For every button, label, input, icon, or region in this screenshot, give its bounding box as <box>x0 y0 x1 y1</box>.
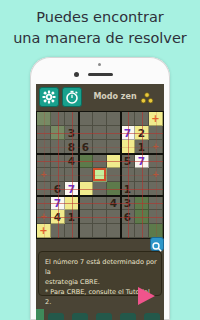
cell-r1c6[interactable] <box>107 112 121 126</box>
chain-col-line <box>72 112 73 238</box>
settings-button[interactable] <box>39 87 59 107</box>
chain-col-line <box>142 112 143 238</box>
chain-row-line <box>37 133 163 134</box>
headline: Puedes encontrar una manera de resolver <box>0 7 200 49</box>
keypad-edge-green <box>36 309 44 320</box>
headline-line1: Puedes encontrar <box>0 7 200 28</box>
chain-row-line <box>37 175 163 176</box>
chain-col-line <box>128 112 129 238</box>
phone-sensor-dot <box>98 63 101 66</box>
phone-camera-dot <box>74 72 79 77</box>
block-line <box>37 153 163 155</box>
magnifier-icon <box>151 241 163 253</box>
cell-r1c4[interactable] <box>79 112 93 126</box>
hint-line1: El número 7 está determinado por la <box>45 257 157 277</box>
keypad-key-top <box>120 313 136 320</box>
cell-r9c6[interactable] <box>107 224 121 238</box>
hint-line2: estrategia CBRE. <box>45 277 157 287</box>
chain-col-line <box>58 112 59 238</box>
next-arrow-icon[interactable] <box>138 287 155 305</box>
zoom-hint-button[interactable] <box>150 237 164 251</box>
keypad-key-top <box>72 313 88 320</box>
keypad-key-top <box>96 313 112 320</box>
chain-row-line <box>37 161 163 162</box>
stopwatch-icon <box>65 90 79 104</box>
gear-icon <box>42 90 56 104</box>
keypad-key-top <box>48 313 64 320</box>
phone-speaker <box>88 73 113 76</box>
timer-button[interactable] <box>62 87 82 107</box>
chain-row-line <box>37 217 163 218</box>
cell-r9c5[interactable] <box>93 224 107 238</box>
cell-r1c5[interactable] <box>93 112 107 126</box>
sudoku-board: +372861+457++671743+416+ <box>37 112 163 238</box>
chain-row-line <box>37 147 163 148</box>
app-screen: Modo zen +372861+457++671743+416+ El núm… <box>36 84 164 320</box>
mode-zen-label[interactable]: Modo zen <box>90 92 140 101</box>
chain-row-line <box>37 203 163 204</box>
chain-col-line <box>44 112 45 238</box>
chain-row-line <box>37 189 163 190</box>
chain-col-line <box>156 112 157 238</box>
headline-line2: una manera de resolver <box>0 28 200 49</box>
cell-r9c4[interactable] <box>79 224 93 238</box>
keypad-key-top <box>144 313 160 320</box>
block-line <box>37 195 163 197</box>
tri-dots-icon <box>140 92 154 104</box>
